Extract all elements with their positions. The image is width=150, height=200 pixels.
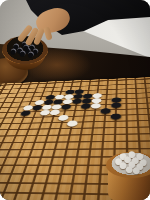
white-stone-bowl: ●●●●●●●●●●●● (106, 150, 150, 200)
white-bowl-stones: ●●●●●●●●●●●● (110, 148, 150, 174)
go-game-photo: ●●●●●●●●●●●●●●●●●●●●●●●●●●●●●●● ●●●●●●●●… (0, 0, 150, 200)
bowl-white-stone: ● (132, 165, 140, 174)
player-hand (0, 0, 150, 70)
